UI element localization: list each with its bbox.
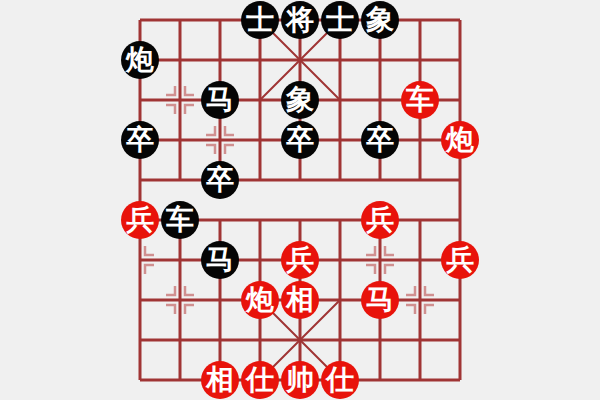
- piece-red-advisor[interactable]: 仕: [321, 361, 359, 399]
- piece-red-soldier[interactable]: 兵: [361, 201, 399, 239]
- piece-black-soldier[interactable]: 卒: [361, 121, 399, 159]
- piece-red-advisor[interactable]: 仕: [241, 361, 279, 399]
- xiangqi-board: 士将士象炮马象车卒卒卒炮卒兵车兵马兵兵炮相马相仕帅仕: [0, 0, 600, 400]
- piece-black-chariot[interactable]: 车: [161, 201, 199, 239]
- piece-black-soldier[interactable]: 卒: [121, 121, 159, 159]
- piece-red-king[interactable]: 帅: [281, 361, 319, 399]
- piece-red-soldier[interactable]: 兵: [281, 241, 319, 279]
- piece-red-cannon[interactable]: 炮: [441, 121, 479, 159]
- piece-red-cannon[interactable]: 炮: [241, 281, 279, 319]
- piece-black-elephant[interactable]: 象: [361, 1, 399, 39]
- piece-black-cannon[interactable]: 炮: [121, 41, 159, 79]
- piece-black-horse[interactable]: 马: [201, 81, 239, 119]
- piece-black-horse[interactable]: 马: [201, 241, 239, 279]
- piece-black-elephant[interactable]: 象: [281, 81, 319, 119]
- piece-red-elephant[interactable]: 相: [281, 281, 319, 319]
- piece-black-advisor[interactable]: 士: [241, 1, 279, 39]
- piece-red-elephant[interactable]: 相: [201, 361, 239, 399]
- piece-red-horse[interactable]: 马: [361, 281, 399, 319]
- piece-red-soldier[interactable]: 兵: [121, 201, 159, 239]
- piece-black-advisor[interactable]: 士: [321, 1, 359, 39]
- piece-black-soldier[interactable]: 卒: [201, 161, 239, 199]
- piece-black-king[interactable]: 将: [281, 1, 319, 39]
- board-grid: [0, 0, 600, 400]
- piece-red-soldier[interactable]: 兵: [441, 241, 479, 279]
- piece-red-chariot[interactable]: 车: [401, 81, 439, 119]
- piece-black-soldier[interactable]: 卒: [281, 121, 319, 159]
- grid-lines: [140, 20, 460, 380]
